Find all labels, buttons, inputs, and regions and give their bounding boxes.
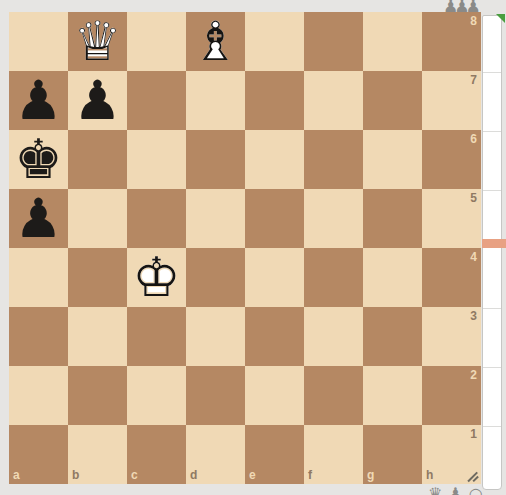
file-label-c: c xyxy=(131,469,138,481)
square-b6[interactable] xyxy=(68,130,127,189)
chess-board[interactable]: 8765432abcdefg1h♛♕♝♗♟♟♚♟♚♔ xyxy=(9,12,481,484)
move-list-panel[interactable] xyxy=(482,15,502,490)
piece-glyph: ♟ xyxy=(9,71,68,130)
piece-glyph: ♟ xyxy=(9,189,68,248)
rank-label-1: 1 xyxy=(470,428,477,440)
bottom-toolbar[interactable]: ♛♟○ xyxy=(428,485,498,495)
pawn-icon: ♟ xyxy=(466,0,477,12)
square-b1[interactable]: b xyxy=(68,425,127,484)
piece-outline-glyph: ♕ xyxy=(68,12,127,71)
square-b3[interactable] xyxy=(68,307,127,366)
black-pawn[interactable]: ♟ xyxy=(9,189,68,248)
black-pawn[interactable]: ♟ xyxy=(9,71,68,130)
square-d3[interactable] xyxy=(186,307,245,366)
square-d5[interactable] xyxy=(186,189,245,248)
square-h3[interactable]: 3 xyxy=(422,307,481,366)
square-c7[interactable] xyxy=(127,71,186,130)
white-king[interactable]: ♚♔ xyxy=(127,248,186,307)
square-a4[interactable] xyxy=(9,248,68,307)
white-bishop[interactable]: ♝♗ xyxy=(186,12,245,71)
black-pawn[interactable]: ♟ xyxy=(68,71,127,130)
square-e1[interactable]: e xyxy=(245,425,304,484)
piece-outline-glyph: ♔ xyxy=(127,248,186,307)
panel-divider xyxy=(483,72,501,73)
rank-label-7: 7 xyxy=(470,74,477,86)
pawn-icon: ♟ xyxy=(443,0,454,12)
square-g8[interactable] xyxy=(363,12,422,71)
square-a2[interactable] xyxy=(9,366,68,425)
square-e3[interactable] xyxy=(245,307,304,366)
black-king[interactable]: ♚ xyxy=(9,130,68,189)
square-c5[interactable] xyxy=(127,189,186,248)
square-f5[interactable] xyxy=(304,189,363,248)
square-g2[interactable] xyxy=(363,366,422,425)
rank-label-3: 3 xyxy=(470,310,477,322)
panel-divider xyxy=(483,426,501,427)
square-f7[interactable] xyxy=(304,71,363,130)
rank-label-6: 6 xyxy=(470,133,477,145)
square-d2[interactable] xyxy=(186,366,245,425)
square-e7[interactable] xyxy=(245,71,304,130)
square-e2[interactable] xyxy=(245,366,304,425)
square-c3[interactable] xyxy=(127,307,186,366)
square-f3[interactable] xyxy=(304,307,363,366)
file-label-f: f xyxy=(308,469,312,481)
square-h5[interactable]: 5 xyxy=(422,189,481,248)
square-h8[interactable]: 8 xyxy=(422,12,481,71)
rank-label-2: 2 xyxy=(470,369,477,381)
pawn-icon: ♟ xyxy=(454,0,465,12)
corner-flag-icon xyxy=(496,14,505,23)
square-f2[interactable] xyxy=(304,366,363,425)
square-e8[interactable] xyxy=(245,12,304,71)
rank-label-8: 8 xyxy=(470,15,477,27)
queen-icon[interactable]: ♛ xyxy=(428,485,442,495)
file-label-a: a xyxy=(13,469,20,481)
file-label-b: b xyxy=(72,469,79,481)
square-c2[interactable] xyxy=(127,366,186,425)
panel-divider xyxy=(483,131,501,132)
square-g4[interactable] xyxy=(363,248,422,307)
panel-divider xyxy=(483,308,501,309)
spectators-icon: ♟♟♟ xyxy=(443,0,484,12)
square-d4[interactable] xyxy=(186,248,245,307)
square-c1[interactable]: c xyxy=(127,425,186,484)
square-f8[interactable] xyxy=(304,12,363,71)
piece-outline-glyph: ♗ xyxy=(186,12,245,71)
square-h4[interactable]: 4 xyxy=(422,248,481,307)
square-g6[interactable] xyxy=(363,130,422,189)
square-b4[interactable] xyxy=(68,248,127,307)
chess-app-window: ♟♟♟ 8765432abcdefg1h♛♕♝♗♟♟♚♟♚♔ ♛♟○ xyxy=(0,0,506,495)
square-d1[interactable]: d xyxy=(186,425,245,484)
rank-label-4: 4 xyxy=(470,251,477,263)
panel-divider xyxy=(483,367,501,368)
square-b2[interactable] xyxy=(68,366,127,425)
square-g1[interactable]: g xyxy=(363,425,422,484)
panel-divider xyxy=(483,190,501,191)
piece-glyph: ♚ xyxy=(9,130,68,189)
square-d6[interactable] xyxy=(186,130,245,189)
file-label-d: d xyxy=(190,469,197,481)
square-g5[interactable] xyxy=(363,189,422,248)
pawn-icon[interactable]: ♟ xyxy=(448,485,462,495)
square-c8[interactable] xyxy=(127,12,186,71)
square-f4[interactable] xyxy=(304,248,363,307)
square-h6[interactable]: 6 xyxy=(422,130,481,189)
piece-glyph: ♟ xyxy=(68,71,127,130)
white-queen[interactable]: ♛♕ xyxy=(68,12,127,71)
square-e6[interactable] xyxy=(245,130,304,189)
square-h7[interactable]: 7 xyxy=(422,71,481,130)
square-d7[interactable] xyxy=(186,71,245,130)
file-label-h: h xyxy=(426,469,433,481)
file-label-e: e xyxy=(249,469,256,481)
board-resize-handle[interactable] xyxy=(466,469,480,483)
rank-label-5: 5 xyxy=(470,192,477,204)
square-a8[interactable] xyxy=(9,12,68,71)
square-c6[interactable] xyxy=(127,130,186,189)
square-f1[interactable]: f xyxy=(304,425,363,484)
square-e4[interactable] xyxy=(245,248,304,307)
circle-icon[interactable]: ○ xyxy=(469,485,483,495)
file-label-g: g xyxy=(367,469,374,481)
square-f6[interactable] xyxy=(304,130,363,189)
square-b5[interactable] xyxy=(68,189,127,248)
square-g7[interactable] xyxy=(363,71,422,130)
square-a1[interactable]: a xyxy=(9,425,68,484)
square-e5[interactable] xyxy=(245,189,304,248)
scroll-marker xyxy=(482,239,506,248)
square-a3[interactable] xyxy=(9,307,68,366)
square-h2[interactable]: 2 xyxy=(422,366,481,425)
square-g3[interactable] xyxy=(363,307,422,366)
